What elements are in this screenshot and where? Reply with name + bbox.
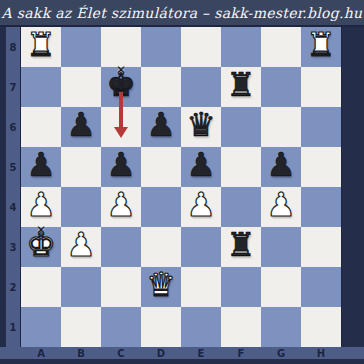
square-c4[interactable]: ♟ <box>101 187 141 227</box>
square-f8[interactable] <box>221 27 261 67</box>
chess-diagram-window: A sakk az Élet szimulátora – sakk-mester… <box>0 0 364 364</box>
piece-bR-f3[interactable]: ♜ <box>221 225 261 265</box>
square-c5[interactable]: ♟ <box>101 147 141 187</box>
page-title: A sakk az Élet szimulátora – sakk-mester… <box>2 5 363 21</box>
rank-label-8: 8 <box>0 27 21 67</box>
square-e7[interactable] <box>181 67 221 107</box>
square-c3[interactable] <box>101 227 141 267</box>
square-e3[interactable] <box>181 227 221 267</box>
file-coordinates: ABCDEFGH <box>0 347 364 364</box>
square-g4[interactable]: ♟ <box>261 187 301 227</box>
king-mark-icon-a3: ✕ <box>21 223 61 237</box>
rank-label-4: 4 <box>0 187 21 227</box>
piece-wR-a8[interactable]: ♜ <box>21 25 61 65</box>
rank-label-5: 5 <box>0 147 21 187</box>
piece-wQ-d2[interactable]: ♛ <box>141 265 181 305</box>
file-label-b: B <box>61 347 101 364</box>
square-a6[interactable] <box>21 107 61 147</box>
piece-wP-a4[interactable]: ♟ <box>21 185 61 225</box>
rank-label-6: 6 <box>0 107 21 147</box>
piece-bR-f7[interactable]: ♜ <box>221 65 261 105</box>
square-c7[interactable]: ♚✕ <box>101 67 141 107</box>
square-g3[interactable] <box>261 227 301 267</box>
square-f6[interactable] <box>221 107 261 147</box>
king-mark-icon-c7: ✕ <box>101 63 141 77</box>
square-f7[interactable]: ♜ <box>221 67 261 107</box>
square-d6[interactable]: ♟ <box>141 107 181 147</box>
file-label-e: E <box>181 347 221 364</box>
square-c8[interactable] <box>101 27 141 67</box>
square-g6[interactable] <box>261 107 301 147</box>
square-h3[interactable] <box>301 227 341 267</box>
square-a5[interactable]: ♟ <box>21 147 61 187</box>
square-h2[interactable] <box>301 267 341 307</box>
rank-coordinates: 87654321 <box>0 27 21 347</box>
square-d2[interactable]: ♛ <box>141 267 181 307</box>
square-b2[interactable] <box>61 267 101 307</box>
file-label-c: C <box>101 347 141 364</box>
square-g8[interactable] <box>261 27 301 67</box>
file-label-f: F <box>221 347 261 364</box>
rank-label-2: 2 <box>0 267 21 307</box>
square-d3[interactable] <box>141 227 181 267</box>
square-e1[interactable] <box>181 307 221 347</box>
square-c6[interactable] <box>101 107 141 147</box>
square-b8[interactable] <box>61 27 101 67</box>
square-d7[interactable] <box>141 67 181 107</box>
file-label-h: H <box>301 347 341 364</box>
square-a7[interactable] <box>21 67 61 107</box>
piece-wP-g4[interactable]: ♟ <box>261 185 301 225</box>
piece-wP-e4[interactable]: ♟ <box>181 185 221 225</box>
square-h7[interactable] <box>301 67 341 107</box>
piece-bP-g5[interactable]: ♟ <box>261 145 301 185</box>
square-b1[interactable] <box>61 307 101 347</box>
square-b7[interactable] <box>61 67 101 107</box>
piece-wP-b3[interactable]: ♟ <box>61 225 101 265</box>
chess-board: ♜♜♚✕♜♟♟♛♟♟♟♟♟♟♟♟♚✕♟♜♛ <box>21 27 341 347</box>
square-f5[interactable] <box>221 147 261 187</box>
piece-bP-a5[interactable]: ♟ <box>21 145 61 185</box>
square-f3[interactable]: ♜ <box>221 227 261 267</box>
rank-label-7: 7 <box>0 67 21 107</box>
file-label-d: D <box>141 347 181 364</box>
square-f1[interactable] <box>221 307 261 347</box>
piece-bP-e5[interactable]: ♟ <box>181 145 221 185</box>
piece-bP-b6[interactable]: ♟ <box>61 105 101 145</box>
square-h6[interactable] <box>301 107 341 147</box>
square-b5[interactable] <box>61 147 101 187</box>
square-h5[interactable] <box>301 147 341 187</box>
square-f2[interactable] <box>221 267 261 307</box>
square-g7[interactable] <box>261 67 301 107</box>
piece-bP-c5[interactable]: ♟ <box>101 145 141 185</box>
square-e6[interactable]: ♛ <box>181 107 221 147</box>
square-e2[interactable] <box>181 267 221 307</box>
square-b3[interactable]: ♟ <box>61 227 101 267</box>
square-h8[interactable]: ♜ <box>301 27 341 67</box>
title-bar: A sakk az Élet szimulátora – sakk-mester… <box>0 0 364 27</box>
piece-bQ-e6[interactable]: ♛ <box>181 105 221 145</box>
piece-bP-d6[interactable]: ♟ <box>141 105 181 145</box>
square-a4[interactable]: ♟ <box>21 187 61 227</box>
square-g1[interactable] <box>261 307 301 347</box>
square-a8[interactable]: ♜ <box>21 27 61 67</box>
rank-label-3: 3 <box>0 227 21 267</box>
square-c1[interactable] <box>101 307 141 347</box>
square-h1[interactable] <box>301 307 341 347</box>
square-b4[interactable] <box>61 187 101 227</box>
square-d5[interactable] <box>141 147 181 187</box>
square-e5[interactable]: ♟ <box>181 147 221 187</box>
piece-wP-c4[interactable]: ♟ <box>101 185 141 225</box>
square-d8[interactable] <box>141 27 181 67</box>
square-e4[interactable]: ♟ <box>181 187 221 227</box>
file-label-a: A <box>21 347 61 364</box>
square-a1[interactable] <box>21 307 61 347</box>
square-c2[interactable] <box>101 267 141 307</box>
square-d4[interactable] <box>141 187 181 227</box>
square-f4[interactable] <box>221 187 261 227</box>
piece-wR-h8[interactable]: ♜ <box>301 25 341 65</box>
square-b6[interactable]: ♟ <box>61 107 101 147</box>
square-h4[interactable] <box>301 187 341 227</box>
file-label-g: G <box>261 347 301 364</box>
square-g5[interactable]: ♟ <box>261 147 301 187</box>
rank-label-1: 1 <box>0 307 21 347</box>
square-a3[interactable]: ♚✕ <box>21 227 61 267</box>
square-e8[interactable] <box>181 27 221 67</box>
square-d1[interactable] <box>141 307 181 347</box>
square-a2[interactable] <box>21 267 61 307</box>
square-g2[interactable] <box>261 267 301 307</box>
